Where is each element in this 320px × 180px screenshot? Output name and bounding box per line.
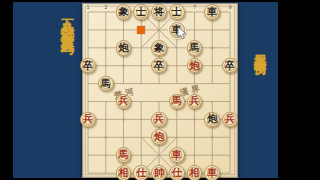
piece-red-soldier[interactable]: 兵 (151, 112, 167, 128)
piece-red-soldier[interactable]: 兵 (80, 112, 96, 128)
piece-black-elephant[interactable]: 象 (151, 40, 167, 56)
piece-black-cannon[interactable]: 炮 (116, 40, 132, 56)
piece-black-soldier[interactable]: 卒 (222, 58, 238, 74)
piece-black-horse[interactable]: 馬 (98, 76, 114, 92)
piece-red-elephant[interactable]: 相 (187, 165, 203, 180)
piece-red-soldier[interactable]: 兵 (116, 94, 132, 110)
piece-red-elephant[interactable]: 相 (116, 165, 132, 180)
piece-black-soldier[interactable]: 卒 (80, 58, 96, 74)
opening-title-left: 五八炮进三兵对屏风马 (58, 8, 76, 34)
piece-red-chariot[interactable]: 車 (204, 165, 220, 180)
piece-red-cannon[interactable]: 炮 (151, 129, 167, 145)
piece-black-general[interactable]: 将 (151, 4, 167, 20)
piece-red-marshal[interactable]: 帥 (151, 165, 167, 180)
piece-red-advisor[interactable]: 仕 (133, 165, 149, 180)
mouse-cursor-icon (177, 27, 188, 40)
piece-red-cannon[interactable]: 炮 (187, 58, 203, 74)
piece-red-advisor[interactable]: 仕 (169, 165, 185, 180)
piece-black-cannon[interactable]: 炮 (204, 112, 220, 128)
piece-red-horse[interactable]: 馬 (169, 94, 185, 110)
piece-red-soldier[interactable]: 兵 (222, 112, 238, 128)
piece-black-chariot[interactable]: 車 (204, 4, 220, 20)
piece-black-advisor[interactable]: 士 (169, 4, 185, 20)
piece-black-soldier[interactable]: 卒 (151, 58, 167, 74)
piece-red-chariot[interactable]: 車 (169, 147, 185, 163)
video-frame: 五八炮进三兵对屏风马 黑右横车变例2 123456789楚河漢界 象士将士車車炮… (13, 2, 278, 178)
last-move-marker (137, 26, 145, 34)
video-letterbox: 五八炮进三兵对屏风马 黑右横车变例2 123456789楚河漢界 象士将士車車炮… (0, 0, 320, 180)
piece-red-soldier[interactable]: 兵 (187, 94, 203, 110)
variation-title-right: 黑右横车变例2 (251, 45, 268, 72)
piece-black-horse[interactable]: 馬 (187, 40, 203, 56)
piece-black-elephant[interactable]: 象 (116, 4, 132, 20)
piece-red-horse[interactable]: 馬 (116, 147, 132, 163)
xiangqi-board: 123456789楚河漢界 象士将士車車炮象馬卒卒炮卒馬兵馬兵兵兵炮兵炮馬車相仕… (82, 3, 238, 178)
pieces-grid: 象士将士車車炮象馬卒卒炮卒馬兵馬兵兵兵炮兵炮馬車相仕帥仕相車 (79, 3, 239, 180)
piece-black-advisor[interactable]: 士 (133, 4, 149, 20)
